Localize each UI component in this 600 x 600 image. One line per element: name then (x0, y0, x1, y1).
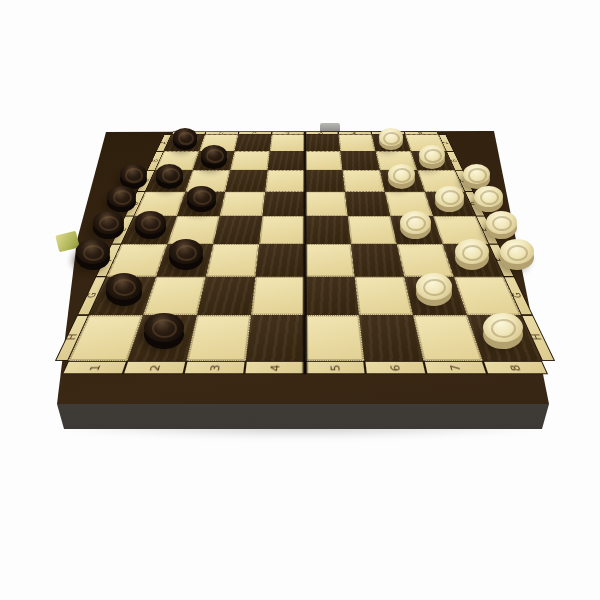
checker-ring (206, 149, 223, 163)
checker-ring (468, 168, 486, 182)
dark-checker[interactable] (106, 273, 142, 307)
dark-checker[interactable] (144, 313, 184, 350)
light-checker[interactable] (486, 211, 517, 240)
light-checker[interactable] (379, 128, 403, 150)
checkers-photo: 1122334455667788AABBCCDDEEFFGGHH (0, 0, 600, 600)
checker-ring (383, 132, 400, 145)
checker-ring (491, 319, 516, 338)
light-checker[interactable] (500, 239, 534, 270)
dark-checker[interactable] (93, 211, 124, 240)
light-checker[interactable] (388, 164, 415, 189)
dark-checker[interactable] (156, 164, 183, 189)
light-checker[interactable] (483, 313, 523, 350)
checker-ring (125, 168, 143, 182)
light-checker[interactable] (419, 145, 445, 169)
light-checker[interactable] (435, 186, 464, 213)
dark-checker[interactable] (135, 211, 166, 240)
light-checker[interactable] (455, 239, 489, 270)
dark-checker[interactable] (201, 145, 227, 169)
dark-checker[interactable] (187, 186, 216, 213)
light-checker[interactable] (474, 186, 503, 213)
checker-ring (152, 319, 177, 338)
checker-ring (424, 149, 441, 163)
dark-checker[interactable] (76, 239, 110, 270)
dark-checker[interactable] (107, 186, 136, 213)
light-checker[interactable] (400, 211, 431, 240)
dark-checker[interactable] (169, 239, 203, 270)
dark-checker[interactable] (173, 128, 197, 150)
pieces-layer (0, 0, 600, 600)
checker-ring (162, 168, 180, 182)
light-checker[interactable] (416, 273, 452, 307)
